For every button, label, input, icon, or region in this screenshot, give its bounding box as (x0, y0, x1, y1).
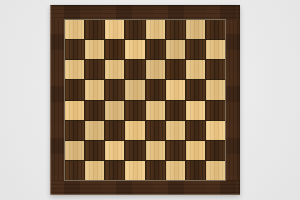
square-e1 (146, 161, 165, 180)
square-b6 (85, 60, 104, 79)
square-e6 (146, 60, 165, 79)
square-b1 (85, 161, 104, 180)
square-h2 (206, 141, 225, 160)
square-f7 (166, 40, 185, 59)
square-d6 (125, 60, 144, 79)
square-f5 (166, 80, 185, 99)
square-f8 (166, 20, 185, 39)
square-c8 (105, 20, 124, 39)
square-h1 (206, 161, 225, 180)
square-d8 (125, 20, 144, 39)
square-d3 (125, 121, 144, 140)
square-e4 (146, 101, 165, 120)
square-e2 (146, 141, 165, 160)
square-h7 (206, 40, 225, 59)
square-e3 (146, 121, 165, 140)
square-h6 (206, 60, 225, 79)
square-b2 (85, 141, 104, 160)
board-frame-right (225, 20, 240, 180)
square-c6 (105, 60, 124, 79)
board-frame-top (50, 5, 240, 20)
square-h3 (206, 121, 225, 140)
square-f2 (166, 141, 185, 160)
square-f6 (166, 60, 185, 79)
square-c4 (105, 101, 124, 120)
square-d2 (125, 141, 144, 160)
square-b5 (85, 80, 104, 99)
square-g2 (186, 141, 205, 160)
square-f3 (166, 121, 185, 140)
square-d5 (125, 80, 144, 99)
square-d1 (125, 161, 144, 180)
square-b4 (85, 101, 104, 120)
square-g1 (186, 161, 205, 180)
square-c1 (105, 161, 124, 180)
square-g8 (186, 20, 205, 39)
square-f4 (166, 101, 185, 120)
square-c3 (105, 121, 124, 140)
square-g3 (186, 121, 205, 140)
chess-board (50, 5, 240, 195)
square-h4 (206, 101, 225, 120)
square-g6 (186, 60, 205, 79)
square-g4 (186, 101, 205, 120)
square-a2 (65, 141, 84, 160)
square-c7 (105, 40, 124, 59)
board-frame-bottom (50, 180, 240, 195)
board-frame-left (50, 20, 65, 180)
square-a8 (65, 20, 84, 39)
square-d4 (125, 101, 144, 120)
square-c2 (105, 141, 124, 160)
square-a3 (65, 121, 84, 140)
square-b3 (85, 121, 104, 140)
square-g7 (186, 40, 205, 59)
board-inlay-line (64, 19, 226, 181)
square-a1 (65, 161, 84, 180)
square-e7 (146, 40, 165, 59)
square-g5 (186, 80, 205, 99)
square-a5 (65, 80, 84, 99)
square-a4 (65, 101, 84, 120)
square-h5 (206, 80, 225, 99)
square-a6 (65, 60, 84, 79)
board-grid (65, 20, 225, 180)
square-f1 (166, 161, 185, 180)
square-c5 (105, 80, 124, 99)
square-b7 (85, 40, 104, 59)
square-a7 (65, 40, 84, 59)
square-h8 (206, 20, 225, 39)
square-b8 (85, 20, 104, 39)
square-e8 (146, 20, 165, 39)
square-e5 (146, 80, 165, 99)
photo-backdrop (0, 0, 300, 200)
square-d7 (125, 40, 144, 59)
